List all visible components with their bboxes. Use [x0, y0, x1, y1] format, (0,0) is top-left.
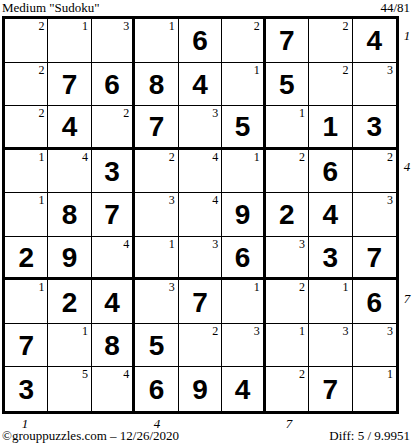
given-digit: 4 — [62, 111, 78, 141]
cell-r4c3[interactable]: 3 — [92, 150, 135, 194]
cell-r5c7[interactable]: 2 — [266, 193, 309, 237]
cell-r2c6[interactable]: 1 — [222, 63, 265, 107]
cell-r5c5[interactable]: 4 — [179, 193, 222, 237]
cell-r1c5[interactable]: 6 — [179, 19, 222, 63]
cell-r3c6[interactable]: 5 — [222, 106, 265, 150]
cell-r6c2[interactable]: 9 — [48, 237, 91, 281]
cell-r3c2[interactable]: 4 — [48, 106, 91, 150]
given-digit: 8 — [62, 199, 78, 229]
pencil-mark: 4 — [123, 237, 129, 251]
pencil-mark: 3 — [387, 193, 393, 207]
cell-r1c9[interactable]: 4 — [353, 19, 396, 63]
cell-r4c7[interactable]: 2 — [266, 150, 309, 194]
cell-r3c8[interactable]: 1 — [309, 106, 352, 150]
given-digit: 7 — [62, 69, 78, 99]
copyright-text: ©grouppuzzles.com – 12/26/2020 — [2, 428, 179, 444]
cell-r6c8[interactable]: 3 — [309, 237, 352, 281]
cell-r8c7[interactable]: 1 — [266, 324, 309, 368]
cell-r4c6[interactable]: 1 — [222, 150, 265, 194]
pencil-mark: 1 — [38, 280, 44, 294]
cell-r9c8[interactable]: 7 — [309, 367, 352, 411]
cell-r9c7[interactable]: 2 — [266, 367, 309, 411]
given-digit: 7 — [18, 330, 34, 360]
cell-r7c7[interactable]: 2 — [266, 280, 309, 324]
cell-r3c4[interactable]: 7 — [135, 106, 178, 150]
cell-r7c1[interactable]: 1 — [5, 280, 48, 324]
row-label-1: 1 — [402, 28, 412, 44]
given-digit: 3 — [323, 242, 339, 272]
difficulty-text: Diff: 5 / 9.9951 — [329, 428, 410, 444]
cell-r4c4[interactable]: 2 — [135, 150, 178, 194]
pencil-mark: 3 — [123, 19, 129, 33]
pencil-mark: 3 — [387, 63, 393, 77]
pencil-mark: 5 — [82, 367, 88, 381]
pencil-mark: 3 — [343, 324, 349, 338]
given-digit: 7 — [104, 199, 120, 229]
cell-r7c4[interactable]: 3 — [135, 280, 178, 324]
cell-r8c2[interactable]: 1 — [48, 324, 91, 368]
pencil-mark: 2 — [254, 19, 260, 33]
cell-r7c5[interactable]: 7 — [179, 280, 222, 324]
given-digit: 1 — [323, 111, 339, 141]
cell-r1c6[interactable]: 2 — [222, 19, 265, 63]
cell-r9c5[interactable]: 9 — [179, 367, 222, 411]
pencil-mark: 2 — [343, 19, 349, 33]
cell-r2c1[interactable]: 2 — [5, 63, 48, 107]
given-digit: 6 — [323, 156, 339, 186]
cell-r3c5[interactable]: 3 — [179, 106, 222, 150]
cell-r5c1[interactable]: 1 — [5, 193, 48, 237]
given-digit: 8 — [149, 69, 165, 99]
cell-r3c3[interactable]: 2 — [92, 106, 135, 150]
cell-r1c4[interactable]: 1 — [135, 19, 178, 63]
cell-r3c1[interactable]: 2 — [5, 106, 48, 150]
pencil-mark: 2 — [38, 63, 44, 77]
pencil-mark: 1 — [169, 237, 175, 251]
cell-r3c9[interactable]: 3 — [353, 106, 396, 150]
cell-r7c9[interactable]: 6 — [353, 280, 396, 324]
pencil-mark: 3 — [169, 193, 175, 207]
cell-r8c4[interactable]: 5 — [135, 324, 178, 368]
cell-r8c6[interactable]: 3 — [222, 324, 265, 368]
pencil-mark: 1 — [254, 63, 260, 77]
col-label-7: 7 — [286, 416, 293, 432]
cell-r5c3[interactable]: 7 — [92, 193, 135, 237]
cell-r6c6[interactable]: 6 — [222, 237, 265, 281]
cell-r1c7[interactable]: 7 — [266, 19, 309, 63]
cell-r2c5[interactable]: 4 — [179, 63, 222, 107]
cell-r4c1[interactable]: 1 — [5, 150, 48, 194]
cell-r8c3[interactable]: 8 — [92, 324, 135, 368]
cell-r8c8[interactable]: 3 — [309, 324, 352, 368]
pencil-mark: 2 — [343, 63, 349, 77]
cell-r5c9[interactable]: 3 — [353, 193, 396, 237]
cell-r2c7[interactable]: 5 — [266, 63, 309, 107]
cell-r9c6[interactable]: 4 — [222, 367, 265, 411]
cell-r5c8[interactable]: 4 — [309, 193, 352, 237]
cell-r6c9[interactable]: 7 — [353, 237, 396, 281]
pencil-mark: 3 — [212, 106, 218, 120]
cell-r9c1[interactable]: 3 — [5, 367, 48, 411]
cell-r1c2[interactable]: 1 — [48, 19, 91, 63]
given-digit: 3 — [104, 156, 120, 186]
pencil-mark: 3 — [299, 237, 305, 251]
cell-r9c3[interactable]: 4 — [92, 367, 135, 411]
given-digit: 7 — [279, 25, 295, 55]
cell-r2c9[interactable]: 3 — [353, 63, 396, 107]
given-digit: 7 — [366, 242, 382, 272]
cell-r6c4[interactable]: 1 — [135, 237, 178, 281]
pencil-mark: 2 — [299, 367, 305, 381]
cell-r1c3[interactable]: 3 — [92, 19, 135, 63]
sudoku-board: 2131627242768415232427351131432412621873… — [2, 16, 399, 414]
progress-counter: 44/81 — [380, 0, 410, 16]
row-label-4: 4 — [402, 159, 412, 175]
pencil-mark: 4 — [82, 150, 88, 164]
pencil-mark: 1 — [299, 324, 305, 338]
cell-r6c1[interactable]: 2 — [5, 237, 48, 281]
given-digit: 9 — [235, 199, 251, 229]
cell-r9c2[interactable]: 5 — [48, 367, 91, 411]
cell-r2c8[interactable]: 2 — [309, 63, 352, 107]
given-digit: 4 — [366, 25, 382, 55]
cell-r3c7[interactable]: 1 — [266, 106, 309, 150]
cell-r8c5[interactable]: 2 — [179, 324, 222, 368]
cell-r2c2[interactable]: 7 — [48, 63, 91, 107]
given-digit: 5 — [235, 111, 251, 141]
given-digit: 2 — [18, 242, 34, 272]
pencil-mark: 2 — [212, 324, 218, 338]
pencil-mark: 4 — [123, 367, 129, 381]
pencil-mark: 1 — [299, 106, 305, 120]
pencil-mark: 2 — [387, 150, 393, 164]
pencil-mark: 1 — [254, 280, 260, 294]
pencil-mark: 2 — [38, 19, 44, 33]
cell-r8c9[interactable]: 3 — [353, 324, 396, 368]
pencil-mark: 1 — [82, 19, 88, 33]
cell-r2c4[interactable]: 8 — [135, 63, 178, 107]
given-digit: 5 — [149, 330, 165, 360]
pencil-mark: 2 — [169, 150, 175, 164]
given-digit: 5 — [279, 69, 295, 99]
pencil-mark: 1 — [343, 280, 349, 294]
given-digit: 6 — [104, 69, 120, 99]
cell-r9c9[interactable]: 1 — [353, 367, 396, 411]
cell-r6c5[interactable]: 3 — [179, 237, 222, 281]
row-label-7: 7 — [402, 291, 412, 307]
pencil-mark: 3 — [254, 324, 260, 338]
cell-r4c2[interactable]: 4 — [48, 150, 91, 194]
cell-r1c8[interactable]: 2 — [309, 19, 352, 63]
pencil-mark: 2 — [38, 106, 44, 120]
given-digit: 3 — [18, 374, 34, 404]
cell-r1c1[interactable]: 2 — [5, 19, 48, 63]
pencil-mark: 1 — [82, 324, 88, 338]
given-digit: 4 — [104, 287, 120, 317]
pencil-mark: 2 — [123, 106, 129, 120]
cell-r7c6[interactable]: 1 — [222, 280, 265, 324]
cell-r7c2[interactable]: 2 — [48, 280, 91, 324]
page-title: Medium "Sudoku" — [2, 0, 100, 16]
given-digit: 2 — [279, 199, 295, 229]
given-digit: 3 — [366, 111, 382, 141]
cell-r8c1[interactable]: 7 — [5, 324, 48, 368]
pencil-mark: 3 — [387, 324, 393, 338]
pencil-mark: 2 — [299, 150, 305, 164]
pencil-mark: 3 — [169, 280, 175, 294]
given-digit: 4 — [192, 69, 208, 99]
given-digit: 7 — [323, 374, 339, 404]
given-digit: 6 — [149, 374, 165, 404]
pencil-mark: 1 — [387, 367, 393, 381]
cell-r9c4[interactable]: 6 — [135, 367, 178, 411]
cell-r4c8[interactable]: 6 — [309, 150, 352, 194]
given-digit: 4 — [323, 199, 339, 229]
pencil-mark: 1 — [38, 150, 44, 164]
cell-r7c3[interactable]: 4 — [92, 280, 135, 324]
pencil-mark: 1 — [254, 150, 260, 164]
cell-r6c3[interactable]: 4 — [92, 237, 135, 281]
given-digit: 9 — [62, 242, 78, 272]
pencil-mark: 1 — [38, 193, 44, 207]
cell-r5c2[interactable]: 8 — [48, 193, 91, 237]
given-digit: 6 — [366, 287, 382, 317]
cell-r7c8[interactable]: 1 — [309, 280, 352, 324]
cell-r5c4[interactable]: 3 — [135, 193, 178, 237]
cell-r2c3[interactable]: 6 — [92, 63, 135, 107]
given-digit: 4 — [235, 374, 251, 404]
cell-r4c9[interactable]: 2 — [353, 150, 396, 194]
cell-r5c6[interactable]: 9 — [222, 193, 265, 237]
given-digit: 2 — [62, 287, 78, 317]
sudoku-page: Medium "Sudoku" 44/81 213162724276841523… — [0, 0, 412, 445]
pencil-mark: 4 — [212, 150, 218, 164]
given-digit: 6 — [235, 242, 251, 272]
given-digit: 7 — [192, 287, 208, 317]
cell-r4c5[interactable]: 4 — [179, 150, 222, 194]
given-digit: 8 — [104, 330, 120, 360]
given-digit: 9 — [192, 374, 208, 404]
pencil-mark: 2 — [299, 280, 305, 294]
given-digit: 6 — [192, 25, 208, 55]
pencil-mark: 3 — [212, 237, 218, 251]
pencil-mark: 4 — [212, 193, 218, 207]
given-digit: 7 — [149, 111, 165, 141]
cell-r6c7[interactable]: 3 — [266, 237, 309, 281]
pencil-mark: 1 — [169, 19, 175, 33]
